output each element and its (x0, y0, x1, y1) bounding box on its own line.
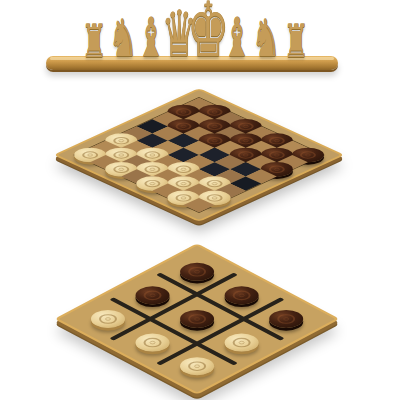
tictactoe-piece-dark (180, 263, 214, 281)
tictactoe-grid (64, 249, 330, 390)
chess-piece-rook: ♜ (81, 24, 107, 59)
tictactoe-piece-light (91, 310, 125, 328)
checkers-board (53, 88, 344, 222)
chess-piece-knight: ♞ (109, 19, 138, 58)
chess-piece-rook: ♜ (283, 24, 309, 59)
tictactoe-piece-light (180, 357, 214, 375)
tictactoe-piece-dark (180, 310, 214, 328)
tictactoe-board (54, 243, 340, 394)
tictactoe-piece-dark (136, 287, 170, 305)
product-photo: ♜♞♝♛♚♝♞♜ (0, 0, 400, 400)
tictactoe-piece-dark (269, 310, 303, 328)
chess-piece-knight: ♞ (252, 19, 281, 58)
checkers-grid (73, 97, 325, 213)
tictactoe-piece-light (136, 334, 170, 352)
tictactoe-piece-light (224, 334, 258, 352)
chess-piece-bishop: ♝ (222, 18, 252, 59)
tictactoe-piece-dark (224, 287, 258, 305)
